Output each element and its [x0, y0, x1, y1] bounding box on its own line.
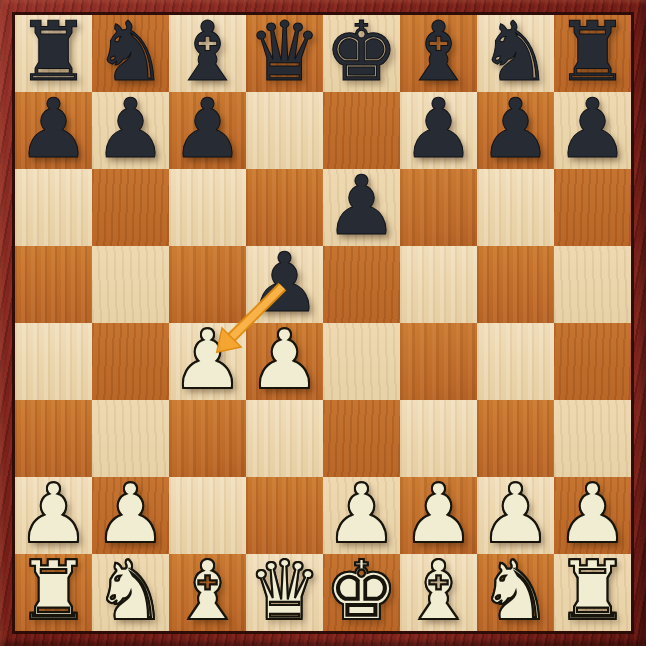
square-f6[interactable]: [400, 169, 477, 246]
square-e8[interactable]: ♚: [323, 15, 400, 92]
square-g6[interactable]: [477, 169, 554, 246]
square-h4[interactable]: [554, 323, 631, 400]
white-pawn-h2[interactable]: ♟: [556, 475, 630, 552]
square-c4[interactable]: ♟: [169, 323, 246, 400]
white-pawn-d4[interactable]: ♟: [248, 321, 322, 398]
white-pawn-c4[interactable]: ♟: [171, 321, 245, 398]
square-h1[interactable]: ♜: [554, 554, 631, 631]
square-b7[interactable]: ♟: [92, 92, 169, 169]
white-bishop-c1[interactable]: ♝: [171, 552, 245, 629]
white-pawn-e2[interactable]: ♟: [325, 475, 399, 552]
square-e4[interactable]: [323, 323, 400, 400]
square-c3[interactable]: [169, 400, 246, 477]
square-h5[interactable]: [554, 246, 631, 323]
black-pawn-h7[interactable]: ♟: [556, 90, 630, 167]
square-d8[interactable]: ♛: [246, 15, 323, 92]
square-c6[interactable]: [169, 169, 246, 246]
white-pawn-a2[interactable]: ♟: [17, 475, 91, 552]
square-b4[interactable]: [92, 323, 169, 400]
white-knight-g1[interactable]: ♞: [479, 552, 553, 629]
black-pawn-c7[interactable]: ♟: [171, 90, 245, 167]
black-pawn-b7[interactable]: ♟: [94, 90, 168, 167]
black-pawn-e6[interactable]: ♟: [325, 167, 399, 244]
square-b6[interactable]: [92, 169, 169, 246]
square-d4[interactable]: ♟: [246, 323, 323, 400]
black-rook-a8[interactable]: ♜: [17, 13, 91, 90]
black-knight-g8[interactable]: ♞: [479, 13, 553, 90]
square-a5[interactable]: [15, 246, 92, 323]
square-f5[interactable]: [400, 246, 477, 323]
square-g1[interactable]: ♞: [477, 554, 554, 631]
square-c1[interactable]: ♝: [169, 554, 246, 631]
square-g4[interactable]: [477, 323, 554, 400]
square-g5[interactable]: [477, 246, 554, 323]
square-b5[interactable]: [92, 246, 169, 323]
square-a4[interactable]: [15, 323, 92, 400]
white-rook-h1[interactable]: ♜: [556, 552, 630, 629]
square-f1[interactable]: ♝: [400, 554, 477, 631]
square-a7[interactable]: ♟: [15, 92, 92, 169]
board-frame: ♜♞♝♛♚♝♞♜♟♟♟♟♟♟♟♟♟♟♟♟♟♟♟♟♜♞♝♛♚♝♞♜: [0, 0, 646, 646]
chess-board: ♜♞♝♛♚♝♞♜♟♟♟♟♟♟♟♟♟♟♟♟♟♟♟♟♜♞♝♛♚♝♞♜: [15, 15, 631, 631]
black-bishop-c8[interactable]: ♝: [171, 13, 245, 90]
square-b1[interactable]: ♞: [92, 554, 169, 631]
square-c7[interactable]: ♟: [169, 92, 246, 169]
square-f7[interactable]: ♟: [400, 92, 477, 169]
black-pawn-g7[interactable]: ♟: [479, 90, 553, 167]
black-queen-d8[interactable]: ♛: [248, 13, 322, 90]
square-d1[interactable]: ♛: [246, 554, 323, 631]
square-e6[interactable]: ♟: [323, 169, 400, 246]
white-queen-d1[interactable]: ♛: [248, 552, 322, 629]
square-h7[interactable]: ♟: [554, 92, 631, 169]
black-bishop-f8[interactable]: ♝: [402, 13, 476, 90]
square-e5[interactable]: [323, 246, 400, 323]
white-pawn-b2[interactable]: ♟: [94, 475, 168, 552]
black-rook-h8[interactable]: ♜: [556, 13, 630, 90]
white-knight-b1[interactable]: ♞: [94, 552, 168, 629]
white-bishop-f1[interactable]: ♝: [402, 552, 476, 629]
square-a6[interactable]: [15, 169, 92, 246]
black-king-e8[interactable]: ♚: [325, 13, 399, 90]
white-king-e1[interactable]: ♚: [325, 552, 399, 629]
square-f4[interactable]: [400, 323, 477, 400]
square-d3[interactable]: [246, 400, 323, 477]
white-pawn-g2[interactable]: ♟: [479, 475, 553, 552]
square-g7[interactable]: ♟: [477, 92, 554, 169]
square-a1[interactable]: ♜: [15, 554, 92, 631]
black-pawn-a7[interactable]: ♟: [17, 90, 91, 167]
square-e1[interactable]: ♚: [323, 554, 400, 631]
white-pawn-f2[interactable]: ♟: [402, 475, 476, 552]
black-knight-b8[interactable]: ♞: [94, 13, 168, 90]
white-rook-a1[interactable]: ♜: [17, 552, 91, 629]
square-h6[interactable]: [554, 169, 631, 246]
square-d7[interactable]: [246, 92, 323, 169]
black-pawn-f7[interactable]: ♟: [402, 90, 476, 167]
black-pawn-d5[interactable]: ♟: [248, 244, 322, 321]
